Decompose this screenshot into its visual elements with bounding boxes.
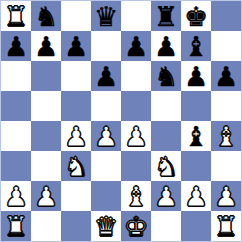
square-d5[interactable] xyxy=(91,91,121,121)
piece-white-pawn[interactable]: ♟ xyxy=(184,183,208,210)
square-h2[interactable]: ♟ xyxy=(211,181,241,211)
square-g3[interactable] xyxy=(181,151,211,181)
square-d2[interactable] xyxy=(91,181,121,211)
square-h7[interactable] xyxy=(211,31,241,61)
square-h6[interactable]: ♟ xyxy=(211,61,241,91)
square-b1[interactable] xyxy=(31,211,61,241)
piece-white-queen[interactable]: ♛ xyxy=(94,213,118,240)
piece-black-king[interactable]: ♚ xyxy=(184,3,208,30)
square-h5[interactable] xyxy=(211,91,241,121)
square-d7[interactable] xyxy=(91,31,121,61)
square-f5[interactable] xyxy=(151,91,181,121)
piece-black-pawn[interactable]: ♟ xyxy=(184,63,208,90)
piece-black-rook[interactable]: ♜ xyxy=(154,3,178,30)
square-f6[interactable]: ♞ xyxy=(151,61,181,91)
square-f4[interactable] xyxy=(151,121,181,151)
square-e4[interactable]: ♟ xyxy=(121,121,151,151)
piece-black-pawn[interactable]: ♟ xyxy=(4,33,28,60)
square-e2[interactable]: ♝ xyxy=(121,181,151,211)
piece-white-pawn[interactable]: ♟ xyxy=(64,123,88,150)
piece-white-knight[interactable]: ♞ xyxy=(64,153,88,180)
square-e6[interactable] xyxy=(121,61,151,91)
square-a1[interactable]: ♜ xyxy=(1,211,31,241)
square-d8[interactable]: ♛ xyxy=(91,1,121,31)
piece-white-king[interactable]: ♚ xyxy=(124,213,148,240)
square-d6[interactable]: ♟ xyxy=(91,61,121,91)
square-h3[interactable] xyxy=(211,151,241,181)
square-g7[interactable]: ♝ xyxy=(181,31,211,61)
piece-white-pawn[interactable]: ♟ xyxy=(34,183,58,210)
square-a8[interactable]: ♜ xyxy=(1,1,31,31)
square-g2[interactable]: ♟ xyxy=(181,181,211,211)
piece-black-pawn[interactable]: ♟ xyxy=(34,33,58,60)
square-a2[interactable]: ♟ xyxy=(1,181,31,211)
square-e3[interactable] xyxy=(121,151,151,181)
square-g8[interactable]: ♚ xyxy=(181,1,211,31)
piece-white-pawn[interactable]: ♟ xyxy=(214,183,238,210)
piece-black-pawn[interactable]: ♟ xyxy=(214,63,238,90)
piece-white-pawn[interactable]: ♟ xyxy=(154,183,178,210)
piece-black-knight[interactable]: ♞ xyxy=(34,3,58,30)
square-b6[interactable] xyxy=(31,61,61,91)
piece-white-rook[interactable]: ♜ xyxy=(4,213,28,240)
piece-white-bishop[interactable]: ♝ xyxy=(124,183,148,210)
piece-white-knight[interactable]: ♞ xyxy=(154,153,178,180)
piece-black-pawn[interactable]: ♟ xyxy=(94,63,118,90)
square-h8[interactable] xyxy=(211,1,241,31)
square-d3[interactable] xyxy=(91,151,121,181)
square-c8[interactable] xyxy=(61,1,91,31)
square-a6[interactable] xyxy=(1,61,31,91)
square-b4[interactable] xyxy=(31,121,61,151)
square-a7[interactable]: ♟ xyxy=(1,31,31,61)
square-b2[interactable]: ♟ xyxy=(31,181,61,211)
square-d4[interactable]: ♟ xyxy=(91,121,121,151)
square-e8[interactable] xyxy=(121,1,151,31)
square-e7[interactable]: ♟ xyxy=(121,31,151,61)
square-g1[interactable] xyxy=(181,211,211,241)
square-c2[interactable] xyxy=(61,181,91,211)
piece-white-pawn[interactable]: ♟ xyxy=(94,123,118,150)
square-c4[interactable]: ♟ xyxy=(61,121,91,151)
piece-black-pawn[interactable]: ♟ xyxy=(124,33,148,60)
square-f3[interactable]: ♞ xyxy=(151,151,181,181)
square-h4[interactable]: ♝ xyxy=(211,121,241,151)
square-b8[interactable]: ♞ xyxy=(31,1,61,31)
piece-black-bishop[interactable]: ♝ xyxy=(184,33,208,60)
piece-white-pawn[interactable]: ♟ xyxy=(124,123,148,150)
square-c5[interactable] xyxy=(61,91,91,121)
square-b3[interactable] xyxy=(31,151,61,181)
square-f8[interactable]: ♜ xyxy=(151,1,181,31)
square-f2[interactable]: ♟ xyxy=(151,181,181,211)
square-b7[interactable]: ♟ xyxy=(31,31,61,61)
chess-board: ♜♞♛♜♚♟♟♟♟♟♝♟♞♟♟♟♟♟♝♝♞♞♟♟♝♟♟♟♜♛♚♜ xyxy=(0,0,242,242)
square-e1[interactable]: ♚ xyxy=(121,211,151,241)
square-f1[interactable] xyxy=(151,211,181,241)
square-g6[interactable]: ♟ xyxy=(181,61,211,91)
piece-white-rook[interactable]: ♜ xyxy=(214,213,238,240)
square-e5[interactable] xyxy=(121,91,151,121)
square-h1[interactable]: ♜ xyxy=(211,211,241,241)
square-a5[interactable] xyxy=(1,91,31,121)
square-g4[interactable]: ♝ xyxy=(181,121,211,151)
square-c3[interactable]: ♞ xyxy=(61,151,91,181)
piece-white-rook[interactable]: ♜ xyxy=(4,3,28,30)
square-c1[interactable] xyxy=(61,211,91,241)
piece-white-pawn[interactable]: ♟ xyxy=(4,183,28,210)
square-g5[interactable] xyxy=(181,91,211,121)
piece-black-pawn[interactable]: ♟ xyxy=(154,33,178,60)
square-c6[interactable] xyxy=(61,61,91,91)
square-c7[interactable]: ♟ xyxy=(61,31,91,61)
piece-black-knight[interactable]: ♞ xyxy=(154,63,178,90)
square-a4[interactable] xyxy=(1,121,31,151)
piece-black-queen[interactable]: ♛ xyxy=(94,3,118,30)
square-b5[interactable] xyxy=(31,91,61,121)
piece-black-pawn[interactable]: ♟ xyxy=(64,33,88,60)
piece-white-bishop[interactable]: ♝ xyxy=(214,123,238,150)
square-a3[interactable] xyxy=(1,151,31,181)
piece-black-bishop[interactable]: ♝ xyxy=(184,123,208,150)
square-f7[interactable]: ♟ xyxy=(151,31,181,61)
square-d1[interactable]: ♛ xyxy=(91,211,121,241)
